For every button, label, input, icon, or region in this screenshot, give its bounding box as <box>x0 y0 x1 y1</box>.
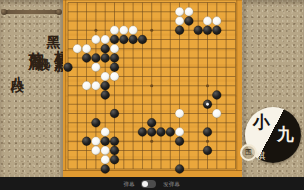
danmaku-label: 弹幕 <box>123 180 134 188</box>
player-info-panel: 黑 范胤 八段 白 杨鼎新 九段 <box>0 0 64 177</box>
white-player-rank: 九段 <box>34 44 52 50</box>
danmaku-toggle[interactable] <box>141 180 156 188</box>
send-danmaku-label[interactable]: 发弹幕 <box>163 180 180 188</box>
toggle-knob-icon <box>142 181 148 187</box>
video-control-bar[interactable]: 弹幕 发弹幕 <box>0 177 304 190</box>
logo-seal-char: 棋 <box>256 150 265 163</box>
right-texture-panel: 小 九 围 棋 <box>242 0 304 177</box>
logo-char-top: 小 <box>253 111 270 134</box>
video-frame: 黑 范胤 八段 白 杨鼎新 九段 小 九 围 棋 弹幕 <box>0 0 304 190</box>
black-player-rank: 八段 <box>8 66 26 72</box>
go-board[interactable] <box>63 0 242 177</box>
logo-seal-ring: 围 <box>240 144 257 161</box>
logo-char-bottom: 九 <box>277 123 294 146</box>
scroll-rod-decoration <box>3 10 60 14</box>
channel-logo-yinyang: 小 九 围 棋 <box>245 107 301 163</box>
